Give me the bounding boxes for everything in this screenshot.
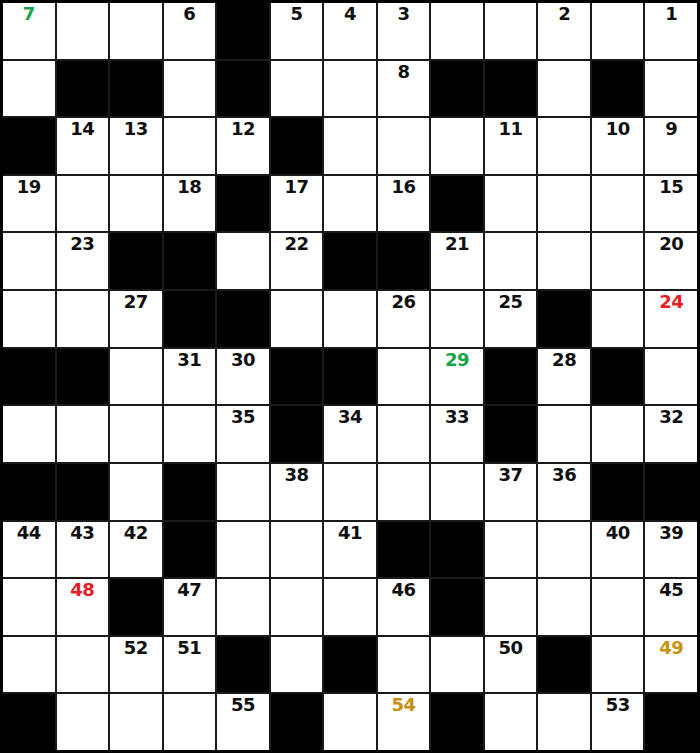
cell-r13c4[interactable]: [164, 694, 216, 750]
cell-r8c3[interactable]: [110, 406, 162, 462]
cell-r1c12[interactable]: [592, 3, 644, 59]
cell-r3c3[interactable]: 13: [110, 118, 162, 174]
cell-r8c5[interactable]: 35: [217, 406, 269, 462]
block-cell-r9c4: [164, 464, 216, 520]
cell-r8c13[interactable]: 32: [645, 406, 697, 462]
cell-r6c9[interactable]: [431, 291, 483, 347]
cell-r1c10[interactable]: [485, 3, 537, 59]
cell-r9c11[interactable]: 36: [538, 464, 590, 520]
clue-number-18: 18: [164, 178, 216, 197]
clue-number-24: 24: [645, 293, 697, 312]
cell-r2c11[interactable]: [538, 61, 590, 117]
cell-r1c8[interactable]: 3: [378, 3, 430, 59]
clue-number-49: 49: [645, 639, 697, 658]
block-cell-r7c2: [57, 349, 109, 405]
cell-r5c9[interactable]: 21: [431, 233, 483, 289]
clue-number-10: 10: [592, 120, 644, 139]
clue-number-6: 6: [164, 5, 216, 24]
cell-r10c7[interactable]: 41: [324, 522, 376, 578]
clue-number-17: 17: [271, 178, 323, 197]
clue-number-20: 20: [645, 235, 697, 254]
cell-r1c7[interactable]: 4: [324, 3, 376, 59]
clue-number-39: 39: [645, 524, 697, 543]
cell-r11c2[interactable]: 48: [57, 579, 109, 635]
clue-number-44: 44: [3, 524, 55, 543]
cell-r6c10[interactable]: 25: [485, 291, 537, 347]
block-cell-r5c4: [164, 233, 216, 289]
clue-number-37: 37: [485, 466, 537, 485]
block-cell-r13c1: [3, 694, 55, 750]
clue-number-23: 23: [57, 235, 109, 254]
cell-r8c1[interactable]: [3, 406, 55, 462]
cell-r6c2[interactable]: [57, 291, 109, 347]
cell-r10c13[interactable]: 39: [645, 522, 697, 578]
cell-r8c4[interactable]: [164, 406, 216, 462]
clue-number-11: 11: [485, 120, 537, 139]
block-cell-r4c5: [217, 176, 269, 232]
cell-r12c12[interactable]: [592, 637, 644, 693]
cell-r11c7[interactable]: [324, 579, 376, 635]
cell-r3c13[interactable]: 9: [645, 118, 697, 174]
cell-r5c5[interactable]: [217, 233, 269, 289]
cell-r3c7[interactable]: [324, 118, 376, 174]
clue-number-22: 22: [271, 235, 323, 254]
cell-r3c8[interactable]: [378, 118, 430, 174]
clue-number-31: 31: [164, 351, 216, 370]
cell-r6c1[interactable]: [3, 291, 55, 347]
clue-number-5: 5: [271, 5, 323, 24]
cell-r4c8[interactable]: 16: [378, 176, 430, 232]
block-cell-r7c10: [485, 349, 537, 405]
cell-r11c10[interactable]: [485, 579, 537, 635]
clue-number-54: 54: [378, 696, 430, 715]
cell-r11c8[interactable]: 46: [378, 579, 430, 635]
cell-r12c2[interactable]: [57, 637, 109, 693]
cell-r3c12[interactable]: 10: [592, 118, 644, 174]
cell-r4c13[interactable]: 15: [645, 176, 697, 232]
cell-r7c13[interactable]: [645, 349, 697, 405]
clue-number-48: 48: [57, 581, 109, 600]
cell-r3c9[interactable]: [431, 118, 483, 174]
clue-number-15: 15: [645, 178, 697, 197]
block-cell-r2c2: [57, 61, 109, 117]
cell-r10c12[interactable]: 40: [592, 522, 644, 578]
cell-r8c7[interactable]: 34: [324, 406, 376, 462]
cell-r10c11[interactable]: [538, 522, 590, 578]
cell-r11c1[interactable]: [3, 579, 55, 635]
clue-number-29: 29: [431, 351, 483, 370]
cell-r1c2[interactable]: [57, 3, 109, 59]
cell-r2c13[interactable]: [645, 61, 697, 117]
block-cell-r3c1: [3, 118, 55, 174]
block-cell-r3c6: [271, 118, 323, 174]
clue-number-46: 46: [378, 581, 430, 600]
cell-r13c12[interactable]: 53: [592, 694, 644, 750]
cell-r3c2[interactable]: 14: [57, 118, 109, 174]
cell-r3c10[interactable]: 11: [485, 118, 537, 174]
clue-number-35: 35: [217, 408, 269, 427]
cell-r12c13[interactable]: 49: [645, 637, 697, 693]
cell-r5c12[interactable]: [592, 233, 644, 289]
clue-number-16: 16: [378, 178, 430, 197]
cell-r11c4[interactable]: 47: [164, 579, 216, 635]
cell-r5c13[interactable]: 20: [645, 233, 697, 289]
cell-r5c1[interactable]: [3, 233, 55, 289]
cell-r9c5[interactable]: [217, 464, 269, 520]
cell-r4c3[interactable]: [110, 176, 162, 232]
cell-r12c9[interactable]: [431, 637, 483, 693]
clue-number-34: 34: [324, 408, 376, 427]
cell-r12c10[interactable]: 50: [485, 637, 537, 693]
cell-r5c10[interactable]: [485, 233, 537, 289]
block-cell-r2c9: [431, 61, 483, 117]
clue-number-42: 42: [110, 524, 162, 543]
cell-r13c10[interactable]: [485, 694, 537, 750]
clue-number-51: 51: [164, 639, 216, 658]
cell-r2c7[interactable]: [324, 61, 376, 117]
clue-number-36: 36: [538, 466, 590, 485]
block-cell-r6c5: [217, 291, 269, 347]
cell-r2c1[interactable]: [3, 61, 55, 117]
cell-r7c9[interactable]: 29: [431, 349, 483, 405]
cell-r3c11[interactable]: [538, 118, 590, 174]
cell-r4c1[interactable]: 19: [3, 176, 55, 232]
cell-r8c8[interactable]: [378, 406, 430, 462]
block-cell-r11c9: [431, 579, 483, 635]
cell-r13c8[interactable]: 54: [378, 694, 430, 750]
cell-r4c2[interactable]: [57, 176, 109, 232]
block-cell-r10c8: [378, 522, 430, 578]
block-cell-r2c3: [110, 61, 162, 117]
cell-r7c3[interactable]: [110, 349, 162, 405]
block-cell-r12c11: [538, 637, 590, 693]
cell-r1c6[interactable]: 5: [271, 3, 323, 59]
cell-r13c3[interactable]: [110, 694, 162, 750]
cell-r1c9[interactable]: [431, 3, 483, 59]
clue-number-7: 7: [3, 5, 55, 24]
cell-r4c10[interactable]: [485, 176, 537, 232]
block-cell-r5c8: [378, 233, 430, 289]
cell-r1c1[interactable]: 7: [3, 3, 55, 59]
cell-r6c7[interactable]: [324, 291, 376, 347]
cell-r9c10[interactable]: 37: [485, 464, 537, 520]
cell-r3c4[interactable]: [164, 118, 216, 174]
clue-number-9: 9: [645, 120, 697, 139]
cell-r11c12[interactable]: [592, 579, 644, 635]
block-cell-r9c13: [645, 464, 697, 520]
cell-r13c11[interactable]: [538, 694, 590, 750]
crossword-board: 7654321814131211109191817161523222120272…: [0, 0, 700, 753]
cell-r12c3[interactable]: 52: [110, 637, 162, 693]
cell-r11c6[interactable]: [271, 579, 323, 635]
clue-number-14: 14: [57, 120, 109, 139]
clue-number-38: 38: [271, 466, 323, 485]
cell-r4c4[interactable]: 18: [164, 176, 216, 232]
clue-number-33: 33: [431, 408, 483, 427]
block-cell-r9c2: [57, 464, 109, 520]
cell-r10c1[interactable]: 44: [3, 522, 55, 578]
block-cell-r1c5: [217, 3, 269, 59]
block-cell-r10c4: [164, 522, 216, 578]
cell-r9c6[interactable]: 38: [271, 464, 323, 520]
block-cell-r2c10: [485, 61, 537, 117]
cell-r7c4[interactable]: 31: [164, 349, 216, 405]
cell-r10c10[interactable]: [485, 522, 537, 578]
cell-r10c5[interactable]: [217, 522, 269, 578]
cell-r8c12[interactable]: [592, 406, 644, 462]
clue-number-21: 21: [431, 235, 483, 254]
block-cell-r5c3: [110, 233, 162, 289]
block-cell-r2c5: [217, 61, 269, 117]
cell-r13c7[interactable]: [324, 694, 376, 750]
cell-r2c8[interactable]: 8: [378, 61, 430, 117]
cell-r7c8[interactable]: [378, 349, 430, 405]
block-cell-r12c5: [217, 637, 269, 693]
clue-number-13: 13: [110, 120, 162, 139]
block-cell-r11c3: [110, 579, 162, 635]
clue-number-2: 2: [538, 5, 590, 24]
cell-r12c4[interactable]: 51: [164, 637, 216, 693]
cell-r9c9[interactable]: [431, 464, 483, 520]
block-cell-r8c10: [485, 406, 537, 462]
cell-r11c5[interactable]: [217, 579, 269, 635]
cell-r9c7[interactable]: [324, 464, 376, 520]
clue-number-30: 30: [217, 351, 269, 370]
clue-number-8: 8: [378, 63, 430, 82]
clue-number-25: 25: [485, 293, 537, 312]
clue-number-41: 41: [324, 524, 376, 543]
block-cell-r7c12: [592, 349, 644, 405]
clue-number-28: 28: [538, 351, 590, 370]
block-cell-r4c9: [431, 176, 483, 232]
clue-number-4: 4: [324, 5, 376, 24]
cell-r1c3[interactable]: [110, 3, 162, 59]
block-cell-r7c1: [3, 349, 55, 405]
clue-number-27: 27: [110, 293, 162, 312]
cell-r6c3[interactable]: 27: [110, 291, 162, 347]
cell-r12c6[interactable]: [271, 637, 323, 693]
cell-r10c6[interactable]: [271, 522, 323, 578]
block-cell-r5c7: [324, 233, 376, 289]
block-cell-r7c7: [324, 349, 376, 405]
cell-r9c8[interactable]: [378, 464, 430, 520]
block-cell-r8c6: [271, 406, 323, 462]
cell-r6c13[interactable]: 24: [645, 291, 697, 347]
clue-number-40: 40: [592, 524, 644, 543]
cell-r4c12[interactable]: [592, 176, 644, 232]
cell-r5c2[interactable]: 23: [57, 233, 109, 289]
cell-r6c12[interactable]: [592, 291, 644, 347]
cell-r4c7[interactable]: [324, 176, 376, 232]
block-cell-r13c13: [645, 694, 697, 750]
clue-number-1: 1: [645, 5, 697, 24]
cell-r1c13[interactable]: 1: [645, 3, 697, 59]
cell-r10c2[interactable]: 43: [57, 522, 109, 578]
cell-r9c3[interactable]: [110, 464, 162, 520]
cell-r3c5[interactable]: 12: [217, 118, 269, 174]
clue-number-12: 12: [217, 120, 269, 139]
cell-r12c1[interactable]: [3, 637, 55, 693]
block-cell-r6c4: [164, 291, 216, 347]
clue-number-55: 55: [217, 696, 269, 715]
cell-r2c6[interactable]: [271, 61, 323, 117]
cell-r1c11[interactable]: 2: [538, 3, 590, 59]
block-cell-r12c7: [324, 637, 376, 693]
cell-r5c6[interactable]: 22: [271, 233, 323, 289]
cell-r2c4[interactable]: [164, 61, 216, 117]
clue-number-52: 52: [110, 639, 162, 658]
block-cell-r10c9: [431, 522, 483, 578]
cell-r13c2[interactable]: [57, 694, 109, 750]
clue-number-3: 3: [378, 5, 430, 24]
clue-number-43: 43: [57, 524, 109, 543]
block-cell-r9c12: [592, 464, 644, 520]
cell-r8c2[interactable]: [57, 406, 109, 462]
block-cell-r9c1: [3, 464, 55, 520]
block-cell-r13c9: [431, 694, 483, 750]
cell-r11c11[interactable]: [538, 579, 590, 635]
block-cell-r7c6: [271, 349, 323, 405]
clue-number-32: 32: [645, 408, 697, 427]
cell-r4c6[interactable]: 17: [271, 176, 323, 232]
block-cell-r6c11: [538, 291, 590, 347]
cell-r8c11[interactable]: [538, 406, 590, 462]
cell-r6c8[interactable]: 26: [378, 291, 430, 347]
cell-r4c11[interactable]: [538, 176, 590, 232]
block-cell-r2c12: [592, 61, 644, 117]
cell-r12c8[interactable]: [378, 637, 430, 693]
clue-number-47: 47: [164, 581, 216, 600]
clue-number-50: 50: [485, 639, 537, 658]
clue-number-26: 26: [378, 293, 430, 312]
cell-r6c6[interactable]: [271, 291, 323, 347]
block-cell-r13c6: [271, 694, 323, 750]
cell-r1c4[interactable]: 6: [164, 3, 216, 59]
cell-r13c5[interactable]: 55: [217, 694, 269, 750]
cell-r11c13[interactable]: 45: [645, 579, 697, 635]
clue-number-45: 45: [645, 581, 697, 600]
clue-number-53: 53: [592, 696, 644, 715]
clue-number-19: 19: [3, 178, 55, 197]
cell-r10c3[interactable]: 42: [110, 522, 162, 578]
cell-r5c11[interactable]: [538, 233, 590, 289]
cell-r7c11[interactable]: 28: [538, 349, 590, 405]
cell-r8c9[interactable]: 33: [431, 406, 483, 462]
cell-r7c5[interactable]: 30: [217, 349, 269, 405]
